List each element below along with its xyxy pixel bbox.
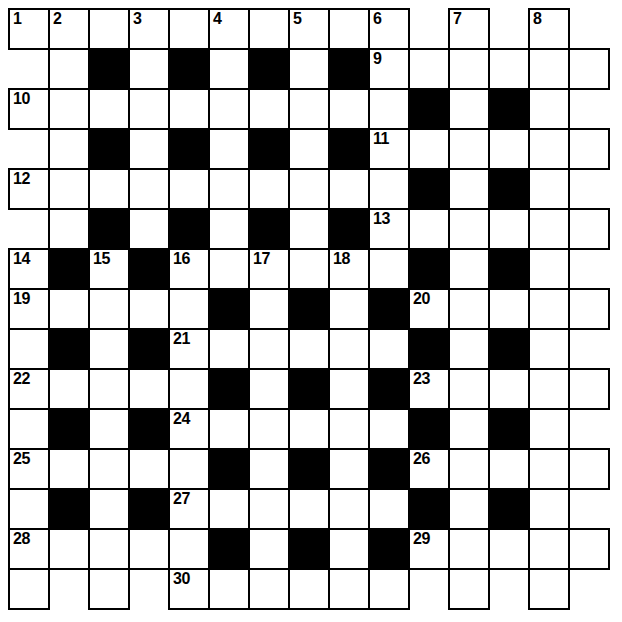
cell-r7c13[interactable] <box>528 288 570 330</box>
cell-r1c9[interactable]: 9 <box>368 48 410 90</box>
block-cell-r12c3 <box>128 488 170 530</box>
block-cell-r6c12 <box>488 248 530 290</box>
clue-number-22: 22 <box>13 371 30 387</box>
clue-number-17: 17 <box>253 251 270 267</box>
cell-r13c12[interactable] <box>488 528 530 570</box>
cell-r6c6[interactable]: 17 <box>248 248 290 290</box>
cell-r3c3[interactable] <box>128 128 170 170</box>
clue-number-29: 29 <box>413 531 430 547</box>
cell-r2c2[interactable] <box>88 88 130 130</box>
block-cell-r7c7 <box>288 288 330 330</box>
block-cell-r8c3 <box>128 328 170 370</box>
cell-r10c5[interactable] <box>208 408 250 450</box>
cell-r1c3[interactable] <box>128 48 170 90</box>
cell-r3c1[interactable] <box>48 128 90 170</box>
cell-r4c8[interactable] <box>328 168 370 210</box>
cell-r10c4[interactable]: 24 <box>168 408 210 450</box>
cell-r8c4[interactable]: 21 <box>168 328 210 370</box>
block-cell-r3c2 <box>88 128 130 170</box>
block-cell-r5c2 <box>88 208 130 250</box>
cell-r4c7[interactable] <box>288 168 330 210</box>
cell-r9c6[interactable] <box>248 368 290 410</box>
block-cell-r7c9 <box>368 288 410 330</box>
cell-r9c11[interactable] <box>448 368 490 410</box>
block-cell-r13c7 <box>288 528 330 570</box>
clue-number-1: 1 <box>13 11 21 27</box>
cell-r1c1[interactable] <box>48 48 90 90</box>
cell-r5c5[interactable] <box>208 208 250 250</box>
cell-r14c6[interactable] <box>248 568 290 610</box>
cell-r7c12[interactable] <box>488 288 530 330</box>
cell-r13c3[interactable] <box>128 528 170 570</box>
block-cell-r12c1 <box>48 488 90 530</box>
cell-r8c13[interactable] <box>528 328 570 370</box>
cell-r0c5[interactable]: 4 <box>208 8 250 50</box>
block-cell-r9c5 <box>208 368 250 410</box>
cell-r3c9[interactable]: 11 <box>368 128 410 170</box>
clue-number-7: 7 <box>453 11 461 27</box>
cell-r2c11[interactable] <box>448 88 490 130</box>
clue-number-19: 19 <box>13 291 30 307</box>
cell-r11c14[interactable] <box>568 448 610 490</box>
block-cell-r2c10 <box>408 88 450 130</box>
clue-number-15: 15 <box>93 251 110 267</box>
cell-r14c8[interactable] <box>328 568 370 610</box>
cell-r6c5[interactable] <box>208 248 250 290</box>
clue-number-8: 8 <box>533 11 541 27</box>
cell-r12c13[interactable] <box>528 488 570 530</box>
cell-r13c11[interactable] <box>448 528 490 570</box>
cell-r7c8[interactable] <box>328 288 370 330</box>
block-cell-r6c10 <box>408 248 450 290</box>
cell-r7c3[interactable] <box>128 288 170 330</box>
cell-r7c4[interactable] <box>168 288 210 330</box>
cell-r13c6[interactable] <box>248 528 290 570</box>
cell-r2c5[interactable] <box>208 88 250 130</box>
block-cell-r7c5 <box>208 288 250 330</box>
block-cell-r9c7 <box>288 368 330 410</box>
cell-r3c7[interactable] <box>288 128 330 170</box>
cell-r5c13[interactable] <box>528 208 570 250</box>
cell-r13c0[interactable]: 28 <box>8 528 50 570</box>
cell-r4c6[interactable] <box>248 168 290 210</box>
cell-r9c13[interactable] <box>528 368 570 410</box>
cell-r3c12[interactable] <box>488 128 530 170</box>
cell-r7c0[interactable]: 19 <box>8 288 50 330</box>
block-cell-r5c6 <box>248 208 290 250</box>
cell-r13c14[interactable] <box>568 528 610 570</box>
block-cell-r13c9 <box>368 528 410 570</box>
clue-number-13: 13 <box>373 211 390 227</box>
cell-r11c4[interactable] <box>168 448 210 490</box>
cell-r7c14[interactable] <box>568 288 610 330</box>
cell-r3c14[interactable] <box>568 128 610 170</box>
cell-r4c2[interactable] <box>88 168 130 210</box>
cell-r10c0[interactable] <box>8 408 50 450</box>
cell-r2c0[interactable]: 10 <box>8 88 50 130</box>
cell-r0c9[interactable]: 6 <box>368 8 410 50</box>
cell-r8c8[interactable] <box>328 328 370 370</box>
cell-r9c1[interactable] <box>48 368 90 410</box>
block-cell-r13c5 <box>208 528 250 570</box>
cell-r10c7[interactable] <box>288 408 330 450</box>
cell-r9c2[interactable] <box>88 368 130 410</box>
cell-r0c11[interactable]: 7 <box>448 8 490 50</box>
block-cell-r10c1 <box>48 408 90 450</box>
cell-r2c4[interactable] <box>168 88 210 130</box>
cell-r8c7[interactable] <box>288 328 330 370</box>
cell-r13c2[interactable] <box>88 528 130 570</box>
cell-r6c8[interactable]: 18 <box>328 248 370 290</box>
cell-r11c13[interactable] <box>528 448 570 490</box>
cell-r2c7[interactable] <box>288 88 330 130</box>
cell-r2c6[interactable] <box>248 88 290 130</box>
cell-r12c8[interactable] <box>328 488 370 530</box>
cell-r4c9[interactable] <box>368 168 410 210</box>
cell-r9c4[interactable] <box>168 368 210 410</box>
block-cell-r4c12 <box>488 168 530 210</box>
clue-number-9: 9 <box>373 51 381 67</box>
cell-r11c0[interactable]: 25 <box>8 448 50 490</box>
clue-number-27: 27 <box>173 491 190 507</box>
cell-r9c12[interactable] <box>488 368 530 410</box>
block-cell-r1c8 <box>328 48 370 90</box>
block-cell-r3c4 <box>168 128 210 170</box>
cell-r2c3[interactable] <box>128 88 170 130</box>
cell-r14c11[interactable] <box>448 568 490 610</box>
cell-r8c9[interactable] <box>368 328 410 370</box>
cell-r8c11[interactable] <box>448 328 490 370</box>
block-cell-r2c12 <box>488 88 530 130</box>
clue-number-16: 16 <box>173 251 190 267</box>
block-cell-r1c2 <box>88 48 130 90</box>
block-cell-r12c12 <box>488 488 530 530</box>
clue-number-18: 18 <box>333 251 350 267</box>
cell-r10c6[interactable] <box>248 408 290 450</box>
cell-r1c12[interactable] <box>488 48 530 90</box>
cell-r4c1[interactable] <box>48 168 90 210</box>
cell-r12c5[interactable] <box>208 488 250 530</box>
cell-r3c11[interactable] <box>448 128 490 170</box>
cell-r11c10[interactable]: 26 <box>408 448 450 490</box>
cell-r5c11[interactable] <box>448 208 490 250</box>
cell-r13c10[interactable]: 29 <box>408 528 450 570</box>
block-cell-r9c9 <box>368 368 410 410</box>
cell-r6c9[interactable] <box>368 248 410 290</box>
cell-r10c13[interactable] <box>528 408 570 450</box>
cell-r2c9[interactable] <box>368 88 410 130</box>
cell-r11c6[interactable] <box>248 448 290 490</box>
block-cell-r4c10 <box>408 168 450 210</box>
cell-r11c8[interactable] <box>328 448 370 490</box>
cell-r1c7[interactable] <box>288 48 330 90</box>
cell-r9c8[interactable] <box>328 368 370 410</box>
cell-r2c1[interactable] <box>48 88 90 130</box>
cell-r1c10[interactable] <box>408 48 450 90</box>
cell-r14c9[interactable] <box>368 568 410 610</box>
cell-r4c0[interactable]: 12 <box>8 168 50 210</box>
cell-r11c1[interactable] <box>48 448 90 490</box>
cell-r6c13[interactable] <box>528 248 570 290</box>
block-cell-r1c6 <box>248 48 290 90</box>
block-cell-r6c1 <box>48 248 90 290</box>
cell-r9c14[interactable] <box>568 368 610 410</box>
cell-r11c3[interactable] <box>128 448 170 490</box>
cell-r4c13[interactable] <box>528 168 570 210</box>
block-cell-r1c4 <box>168 48 210 90</box>
cell-r14c7[interactable] <box>288 568 330 610</box>
block-cell-r3c8 <box>328 128 370 170</box>
cell-r8c5[interactable] <box>208 328 250 370</box>
cell-r6c11[interactable] <box>448 248 490 290</box>
clue-number-11: 11 <box>373 131 389 147</box>
clue-number-2: 2 <box>53 11 61 27</box>
cell-r9c0[interactable]: 22 <box>8 368 50 410</box>
cell-r5c12[interactable] <box>488 208 530 250</box>
cell-r5c3[interactable] <box>128 208 170 250</box>
cell-r12c11[interactable] <box>448 488 490 530</box>
cell-r10c11[interactable] <box>448 408 490 450</box>
cell-r14c13[interactable] <box>528 568 570 610</box>
clue-number-3: 3 <box>133 11 141 27</box>
block-cell-r12c10 <box>408 488 450 530</box>
cell-r7c6[interactable] <box>248 288 290 330</box>
cell-r8c0[interactable] <box>8 328 50 370</box>
cell-r0c4[interactable] <box>168 8 210 50</box>
cell-r12c7[interactable] <box>288 488 330 530</box>
cell-r6c0[interactable]: 14 <box>8 248 50 290</box>
cell-r0c13[interactable]: 8 <box>528 8 570 50</box>
cell-r14c2[interactable] <box>88 568 130 610</box>
clue-number-14: 14 <box>13 251 30 267</box>
cell-r0c8[interactable] <box>328 8 370 50</box>
cell-r1c11[interactable] <box>448 48 490 90</box>
cell-r11c12[interactable] <box>488 448 530 490</box>
cell-r1c14[interactable] <box>568 48 610 90</box>
clue-number-21: 21 <box>173 331 190 347</box>
cell-r13c4[interactable] <box>168 528 210 570</box>
cell-r14c5[interactable] <box>208 568 250 610</box>
block-cell-r5c4 <box>168 208 210 250</box>
cell-r9c10[interactable]: 23 <box>408 368 450 410</box>
block-cell-r6c3 <box>128 248 170 290</box>
cell-r5c7[interactable] <box>288 208 330 250</box>
cell-r7c10[interactable]: 20 <box>408 288 450 330</box>
cell-r11c2[interactable] <box>88 448 130 490</box>
block-cell-r5c8 <box>328 208 370 250</box>
cell-r0c7[interactable]: 5 <box>288 8 330 50</box>
crossword-grid: 1234567891011121314151617181920212223242… <box>0 0 622 622</box>
cell-r12c2[interactable] <box>88 488 130 530</box>
cell-r3c10[interactable] <box>408 128 450 170</box>
clue-number-12: 12 <box>13 171 30 187</box>
cell-r0c1[interactable]: 2 <box>48 8 90 50</box>
cell-r14c0[interactable] <box>8 568 50 610</box>
cell-r10c8[interactable] <box>328 408 370 450</box>
cell-r4c3[interactable] <box>128 168 170 210</box>
cell-r12c9[interactable] <box>368 488 410 530</box>
block-cell-r10c10 <box>408 408 450 450</box>
cell-r3c13[interactable] <box>528 128 570 170</box>
cell-r5c1[interactable] <box>48 208 90 250</box>
block-cell-r10c12 <box>488 408 530 450</box>
clue-number-20: 20 <box>413 291 430 307</box>
cell-r6c2[interactable]: 15 <box>88 248 130 290</box>
clue-number-30: 30 <box>173 571 190 587</box>
block-cell-r11c7 <box>288 448 330 490</box>
cell-r0c0[interactable]: 1 <box>8 8 50 50</box>
cell-r12c0[interactable] <box>8 488 50 530</box>
block-cell-r8c10 <box>408 328 450 370</box>
cell-r13c1[interactable] <box>48 528 90 570</box>
block-cell-r8c1 <box>48 328 90 370</box>
cell-r5c14[interactable] <box>568 208 610 250</box>
cell-r0c3[interactable]: 3 <box>128 8 170 50</box>
cell-r5c9[interactable]: 13 <box>368 208 410 250</box>
cell-r4c11[interactable] <box>448 168 490 210</box>
cell-r4c4[interactable] <box>168 168 210 210</box>
block-cell-r8c12 <box>488 328 530 370</box>
block-cell-r11c5 <box>208 448 250 490</box>
cell-r6c4[interactable]: 16 <box>168 248 210 290</box>
cell-r1c5[interactable] <box>208 48 250 90</box>
cell-r5c10[interactable] <box>408 208 450 250</box>
cell-r0c6[interactable] <box>248 8 290 50</box>
clue-number-24: 24 <box>173 411 190 427</box>
cell-r4c5[interactable] <box>208 168 250 210</box>
cell-r7c2[interactable] <box>88 288 130 330</box>
cell-r13c13[interactable] <box>528 528 570 570</box>
block-cell-r11c9 <box>368 448 410 490</box>
cell-r6c7[interactable] <box>288 248 330 290</box>
cell-r9c3[interactable] <box>128 368 170 410</box>
cell-r12c6[interactable] <box>248 488 290 530</box>
cell-r2c13[interactable] <box>528 88 570 130</box>
cell-r12c4[interactable]: 27 <box>168 488 210 530</box>
cell-r13c8[interactable] <box>328 528 370 570</box>
cell-r1c13[interactable] <box>528 48 570 90</box>
clue-number-25: 25 <box>13 451 30 467</box>
clue-number-10: 10 <box>13 91 30 107</box>
clue-number-28: 28 <box>13 531 30 547</box>
clue-number-23: 23 <box>413 371 430 387</box>
block-cell-r3c6 <box>248 128 290 170</box>
cell-r7c11[interactable] <box>448 288 490 330</box>
cell-r10c9[interactable] <box>368 408 410 450</box>
cell-r8c2[interactable] <box>88 328 130 370</box>
cell-r10c2[interactable] <box>88 408 130 450</box>
cell-r8c6[interactable] <box>248 328 290 370</box>
block-cell-r10c3 <box>128 408 170 450</box>
clue-number-26: 26 <box>413 451 430 467</box>
clue-number-4: 4 <box>213 11 221 27</box>
cell-r14c4[interactable]: 30 <box>168 568 210 610</box>
cell-r11c11[interactable] <box>448 448 490 490</box>
clue-number-6: 6 <box>373 11 381 27</box>
cell-r0c2[interactable] <box>88 8 130 50</box>
cell-r2c8[interactable] <box>328 88 370 130</box>
cell-r3c5[interactable] <box>208 128 250 170</box>
clue-number-5: 5 <box>293 11 301 27</box>
cell-r7c1[interactable] <box>48 288 90 330</box>
